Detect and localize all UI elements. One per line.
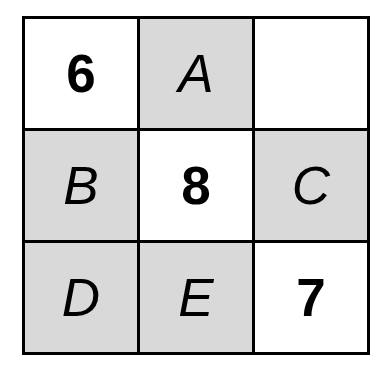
cell-r2c3: C	[254, 130, 369, 242]
grid-row-3: D E 7	[24, 242, 369, 354]
grid-row-2: B 8 C	[24, 130, 369, 242]
cell-r1c2: A	[139, 18, 254, 130]
grid-row-1: 6 A	[24, 18, 369, 130]
puzzle-grid: 6 A B 8 C D E 7	[22, 16, 370, 355]
cell-r2c1: B	[24, 130, 139, 242]
cell-r3c1: D	[24, 242, 139, 354]
cell-r1c3-missing	[254, 18, 369, 130]
puzzle-board: 6 A B 8 C D E 7	[22, 16, 370, 355]
cell-r2c2: 8	[139, 130, 254, 242]
cell-r3c3: 7	[254, 242, 369, 354]
cell-r1c1: 6	[24, 18, 139, 130]
cell-r3c2: E	[139, 242, 254, 354]
